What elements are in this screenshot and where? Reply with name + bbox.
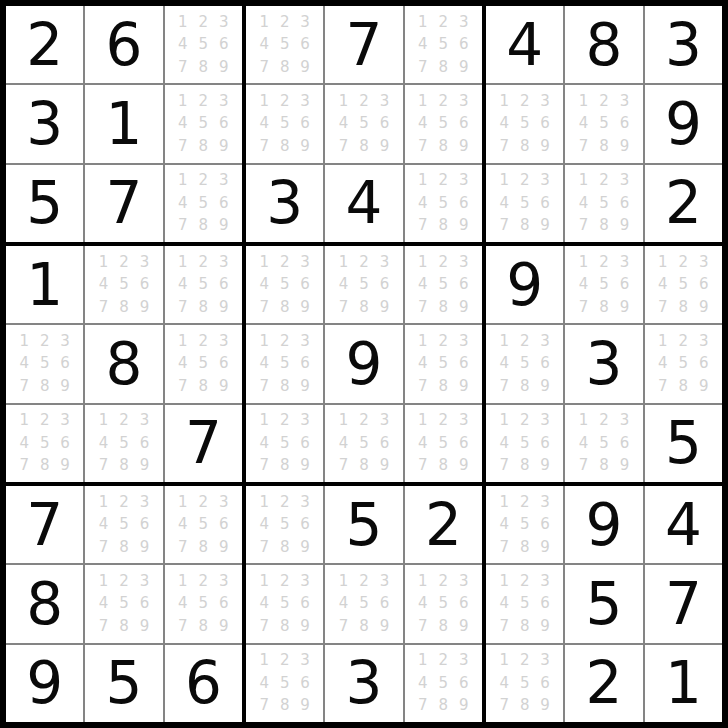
pencil-mark-7: 7: [494, 536, 514, 558]
pencil-mark-2: 2: [34, 330, 54, 352]
cell-r6c4[interactable]: 123456789: [246, 405, 323, 482]
pencil-mark-4: 4: [573, 432, 593, 454]
pencil-mark-3: 3: [454, 650, 474, 672]
pencil-mark-8: 8: [274, 455, 294, 477]
cell-r2c8[interactable]: 123456789: [565, 85, 642, 162]
pencil-mark-8: 8: [193, 296, 213, 318]
pencil-mark-6: 6: [214, 33, 234, 55]
pencil-mark-6: 6: [614, 192, 634, 214]
pencil-marks: 123456789: [6, 405, 83, 482]
pencil-mark-8: 8: [594, 296, 614, 318]
pencil-mark-3: 3: [214, 570, 234, 592]
given-digit: 7: [185, 414, 222, 472]
pencil-mark-7: 7: [413, 296, 433, 318]
pencil-mark-4: 4: [573, 273, 593, 295]
cell-r7c2[interactable]: 123456789: [85, 486, 162, 563]
pencil-mark-8: 8: [274, 296, 294, 318]
pencil-mark-7: 7: [173, 296, 193, 318]
pencil-mark-8: 8: [354, 615, 374, 637]
pencil-mark-2: 2: [514, 330, 534, 352]
pencil-mark-4: 4: [494, 593, 514, 615]
pencil-mark-8: 8: [594, 215, 614, 237]
cell-r9c4[interactable]: 123456789: [246, 645, 323, 722]
pencil-mark-9: 9: [214, 215, 234, 237]
pencil-mark-4: 4: [413, 192, 433, 214]
cell-r8c4[interactable]: 123456789: [246, 565, 323, 642]
pencil-mark-1: 1: [173, 330, 193, 352]
cell-r5c2[interactable]: 8: [85, 325, 162, 402]
pencil-mark-3: 3: [134, 251, 154, 273]
pencil-marks: 123456789: [246, 85, 323, 162]
cell-r8c7[interactable]: 123456789: [486, 565, 563, 642]
cell-r4c7[interactable]: 9: [486, 246, 563, 323]
cell-r4c2[interactable]: 123456789: [85, 246, 162, 323]
pencil-mark-5: 5: [514, 593, 534, 615]
pencil-mark-9: 9: [55, 375, 75, 397]
pencil-mark-9: 9: [535, 536, 555, 558]
given-digit: 9: [665, 95, 702, 153]
pencil-mark-4: 4: [494, 432, 514, 454]
cell-r8c5[interactable]: 123456789: [325, 565, 402, 642]
cell-r6c3[interactable]: 7: [165, 405, 242, 482]
pencil-mark-5: 5: [514, 672, 534, 694]
cell-r3c1[interactable]: 5: [6, 165, 83, 242]
pencil-mark-8: 8: [193, 56, 213, 78]
given-digit: 4: [506, 16, 543, 74]
pencil-mark-5: 5: [193, 513, 213, 535]
pencil-mark-7: 7: [573, 296, 593, 318]
cell-r9c2[interactable]: 5: [85, 645, 162, 722]
pencil-mark-9: 9: [454, 455, 474, 477]
cell-r2c7[interactable]: 123456789: [486, 85, 563, 162]
cell-r4c3[interactable]: 123456789: [165, 246, 242, 323]
pencil-mark-9: 9: [55, 455, 75, 477]
pencil-mark-5: 5: [274, 432, 294, 454]
pencil-marks: 123456789: [85, 405, 162, 482]
cell-r4c4[interactable]: 123456789: [246, 246, 323, 323]
pencil-marks: 123456789: [85, 565, 162, 642]
pencil-mark-1: 1: [494, 330, 514, 352]
pencil-mark-2: 2: [274, 410, 294, 432]
pencil-mark-3: 3: [614, 90, 634, 112]
pencil-mark-2: 2: [514, 491, 534, 513]
pencil-mark-8: 8: [433, 455, 453, 477]
pencil-mark-5: 5: [354, 113, 374, 135]
cell-r4c9[interactable]: 123456789: [645, 246, 722, 323]
cell-r2c1[interactable]: 3: [6, 85, 83, 162]
cell-r7c3[interactable]: 123456789: [165, 486, 242, 563]
pencil-mark-6: 6: [694, 353, 714, 375]
pencil-marks: 123456789: [405, 565, 482, 642]
cell-r7c4[interactable]: 123456789: [246, 486, 323, 563]
given-digit: 9: [506, 256, 543, 314]
cell-r7c8[interactable]: 9: [565, 486, 642, 563]
cell-r3c2[interactable]: 7: [85, 165, 162, 242]
given-digit: 7: [106, 174, 143, 232]
pencil-mark-8: 8: [433, 695, 453, 717]
pencil-mark-9: 9: [214, 536, 234, 558]
pencil-mark-9: 9: [295, 296, 315, 318]
pencil-mark-4: 4: [494, 353, 514, 375]
pencil-mark-6: 6: [535, 192, 555, 214]
pencil-mark-3: 3: [374, 251, 394, 273]
pencil-mark-6: 6: [295, 33, 315, 55]
cell-r1c8[interactable]: 8: [565, 6, 642, 83]
pencil-mark-1: 1: [573, 170, 593, 192]
cell-r1c3[interactable]: 123456789: [165, 6, 242, 83]
cell-r7c5[interactable]: 5: [325, 486, 402, 563]
pencil-marks: 123456789: [85, 246, 162, 323]
pencil-mark-5: 5: [433, 113, 453, 135]
given-digit: 8: [106, 335, 143, 393]
cell-r6c2[interactable]: 123456789: [85, 405, 162, 482]
pencil-mark-1: 1: [494, 570, 514, 592]
pencil-mark-8: 8: [433, 296, 453, 318]
given-digit: 5: [586, 575, 623, 633]
pencil-mark-3: 3: [214, 170, 234, 192]
pencil-mark-7: 7: [333, 296, 353, 318]
pencil-mark-1: 1: [653, 330, 673, 352]
pencil-mark-4: 4: [413, 353, 433, 375]
cell-r4c5[interactable]: 123456789: [325, 246, 402, 323]
pencil-mark-6: 6: [214, 593, 234, 615]
pencil-mark-4: 4: [93, 432, 113, 454]
pencil-mark-9: 9: [295, 695, 315, 717]
pencil-mark-6: 6: [535, 353, 555, 375]
pencil-mark-1: 1: [413, 170, 433, 192]
pencil-mark-5: 5: [433, 672, 453, 694]
pencil-mark-6: 6: [214, 113, 234, 135]
pencil-mark-3: 3: [374, 410, 394, 432]
pencil-mark-6: 6: [535, 593, 555, 615]
cell-r1c2[interactable]: 6: [85, 6, 162, 83]
cell-r6c5[interactable]: 123456789: [325, 405, 402, 482]
pencil-mark-3: 3: [454, 90, 474, 112]
cell-r3c9[interactable]: 2: [645, 165, 722, 242]
cell-r5c1[interactable]: 123456789: [6, 325, 83, 402]
cell-r6c9[interactable]: 5: [645, 405, 722, 482]
given-digit: 2: [425, 496, 462, 554]
pencil-marks: 123456789: [85, 486, 162, 563]
pencil-mark-3: 3: [535, 330, 555, 352]
pencil-mark-2: 2: [514, 410, 534, 432]
cell-r9c9[interactable]: 1: [645, 645, 722, 722]
pencil-mark-4: 4: [173, 273, 193, 295]
pencil-mark-9: 9: [535, 455, 555, 477]
cell-r8c2[interactable]: 123456789: [85, 565, 162, 642]
pencil-mark-9: 9: [694, 375, 714, 397]
pencil-mark-6: 6: [214, 513, 234, 535]
pencil-mark-2: 2: [594, 90, 614, 112]
pencil-mark-3: 3: [694, 330, 714, 352]
pencil-marks: 123456789: [325, 565, 402, 642]
pencil-marks: 123456789: [486, 486, 563, 563]
pencil-mark-3: 3: [454, 11, 474, 33]
pencil-mark-9: 9: [374, 455, 394, 477]
given-digit: 2: [586, 654, 623, 712]
pencil-mark-5: 5: [193, 593, 213, 615]
pencil-mark-9: 9: [535, 375, 555, 397]
given-digit: 7: [346, 16, 383, 74]
cell-r8c6[interactable]: 123456789: [405, 565, 482, 642]
cell-r8c1[interactable]: 8: [6, 565, 83, 642]
cell-r5c7[interactable]: 123456789: [486, 325, 563, 402]
sudoku-board: 2612345678931123456789571234567891234567…: [0, 0, 728, 728]
pencil-mark-1: 1: [413, 650, 433, 672]
cell-r4c6[interactable]: 123456789: [405, 246, 482, 323]
pencil-mark-5: 5: [114, 513, 134, 535]
pencil-mark-9: 9: [374, 296, 394, 318]
pencil-marks: 123456789: [486, 405, 563, 482]
pencil-mark-6: 6: [295, 353, 315, 375]
pencil-marks: 123456789: [405, 325, 482, 402]
cell-r8c9[interactable]: 7: [645, 565, 722, 642]
pencil-mark-4: 4: [494, 672, 514, 694]
pencil-mark-1: 1: [573, 251, 593, 273]
pencil-mark-5: 5: [433, 192, 453, 214]
pencil-marks: 123456789: [486, 565, 563, 642]
pencil-marks: 123456789: [165, 486, 242, 563]
pencil-mark-3: 3: [454, 570, 474, 592]
cell-r6c7[interactable]: 123456789: [486, 405, 563, 482]
pencil-mark-2: 2: [514, 90, 534, 112]
cell-r5c5[interactable]: 9: [325, 325, 402, 402]
cell-r3c4[interactable]: 3: [246, 165, 323, 242]
pencil-marks: 123456789: [246, 246, 323, 323]
cell-r9c5[interactable]: 3: [325, 645, 402, 722]
pencil-mark-3: 3: [295, 11, 315, 33]
cell-r8c3[interactable]: 123456789: [165, 565, 242, 642]
cell-r6c8[interactable]: 123456789: [565, 405, 642, 482]
pencil-marks: 123456789: [486, 645, 563, 722]
pencil-mark-7: 7: [333, 135, 353, 157]
pencil-mark-2: 2: [274, 650, 294, 672]
pencil-mark-5: 5: [193, 353, 213, 375]
pencil-mark-7: 7: [254, 615, 274, 637]
cell-r9c3[interactable]: 6: [165, 645, 242, 722]
pencil-mark-2: 2: [433, 170, 453, 192]
pencil-mark-9: 9: [374, 615, 394, 637]
pencil-mark-5: 5: [594, 432, 614, 454]
cell-r5c8[interactable]: 3: [565, 325, 642, 402]
pencil-mark-4: 4: [653, 353, 673, 375]
pencil-mark-8: 8: [193, 135, 213, 157]
pencil-mark-2: 2: [433, 650, 453, 672]
cell-r2c5[interactable]: 123456789: [325, 85, 402, 162]
pencil-mark-4: 4: [333, 273, 353, 295]
pencil-mark-5: 5: [193, 113, 213, 135]
cell-r3c7[interactable]: 123456789: [486, 165, 563, 242]
cell-r1c1[interactable]: 2: [6, 6, 83, 83]
pencil-mark-2: 2: [433, 330, 453, 352]
pencil-mark-8: 8: [274, 56, 294, 78]
cell-r1c6[interactable]: 123456789: [405, 6, 482, 83]
pencil-mark-2: 2: [594, 410, 614, 432]
cell-r2c9[interactable]: 9: [645, 85, 722, 162]
pencil-mark-4: 4: [333, 593, 353, 615]
pencil-mark-1: 1: [254, 11, 274, 33]
cell-r9c8[interactable]: 2: [565, 645, 642, 722]
pencil-mark-8: 8: [114, 455, 134, 477]
cell-r6c6[interactable]: 123456789: [405, 405, 482, 482]
pencil-mark-1: 1: [333, 251, 353, 273]
pencil-mark-6: 6: [214, 273, 234, 295]
cell-r2c4[interactable]: 123456789: [246, 85, 323, 162]
pencil-mark-5: 5: [114, 593, 134, 615]
cell-r3c6[interactable]: 123456789: [405, 165, 482, 242]
pencil-mark-5: 5: [433, 353, 453, 375]
cell-r7c9[interactable]: 4: [645, 486, 722, 563]
given-digit: 5: [346, 496, 383, 554]
pencil-mark-2: 2: [673, 330, 693, 352]
cell-r4c1[interactable]: 1: [6, 246, 83, 323]
pencil-mark-5: 5: [354, 273, 374, 295]
pencil-mark-8: 8: [433, 56, 453, 78]
pencil-mark-6: 6: [374, 113, 394, 135]
pencil-mark-8: 8: [193, 615, 213, 637]
cell-r2c3[interactable]: 123456789: [165, 85, 242, 162]
pencil-mark-8: 8: [34, 455, 54, 477]
pencil-mark-7: 7: [333, 615, 353, 637]
pencil-mark-7: 7: [413, 695, 433, 717]
pencil-mark-8: 8: [354, 296, 374, 318]
pencil-mark-8: 8: [433, 615, 453, 637]
given-digit: 6: [185, 654, 222, 712]
cell-r4c8[interactable]: 123456789: [565, 246, 642, 323]
cell-r6c1[interactable]: 123456789: [6, 405, 83, 482]
pencil-mark-1: 1: [413, 251, 433, 273]
pencil-marks: 123456789: [246, 565, 323, 642]
pencil-mark-2: 2: [274, 330, 294, 352]
cell-r8c8[interactable]: 5: [565, 565, 642, 642]
cell-r7c1[interactable]: 7: [6, 486, 83, 563]
pencil-mark-8: 8: [274, 615, 294, 637]
pencil-mark-7: 7: [254, 536, 274, 558]
pencil-mark-4: 4: [494, 513, 514, 535]
pencil-mark-9: 9: [454, 615, 474, 637]
pencil-mark-8: 8: [114, 615, 134, 637]
pencil-marks: 123456789: [165, 165, 242, 242]
cell-r5c4[interactable]: 123456789: [246, 325, 323, 402]
pencil-marks: 123456789: [565, 246, 642, 323]
pencil-mark-9: 9: [535, 695, 555, 717]
given-digit: 5: [665, 414, 702, 472]
pencil-mark-3: 3: [614, 251, 634, 273]
pencil-marks: 123456789: [325, 85, 402, 162]
pencil-mark-5: 5: [114, 273, 134, 295]
pencil-mark-6: 6: [535, 113, 555, 135]
cell-r5c9[interactable]: 123456789: [645, 325, 722, 402]
pencil-mark-8: 8: [193, 536, 213, 558]
pencil-mark-7: 7: [93, 455, 113, 477]
pencil-marks: 123456789: [246, 486, 323, 563]
pencil-mark-6: 6: [535, 672, 555, 694]
cell-r9c6[interactable]: 123456789: [405, 645, 482, 722]
pencil-mark-1: 1: [254, 330, 274, 352]
cell-r3c8[interactable]: 123456789: [565, 165, 642, 242]
pencil-mark-3: 3: [214, 330, 234, 352]
cell-r3c5[interactable]: 4: [325, 165, 402, 242]
pencil-marks: 123456789: [645, 246, 722, 323]
cell-r5c6[interactable]: 123456789: [405, 325, 482, 402]
given-digit: 3: [586, 335, 623, 393]
pencil-mark-2: 2: [514, 570, 534, 592]
cell-r9c1[interactable]: 9: [6, 645, 83, 722]
cell-r7c6[interactable]: 2: [405, 486, 482, 563]
pencil-mark-7: 7: [494, 135, 514, 157]
pencil-marks: 123456789: [645, 325, 722, 402]
cell-r1c5[interactable]: 7: [325, 6, 402, 83]
pencil-marks: 123456789: [325, 246, 402, 323]
box-1-1: 261234567893112345678957123456789: [6, 6, 242, 242]
pencil-mark-7: 7: [413, 375, 433, 397]
cell-r2c2[interactable]: 1: [85, 85, 162, 162]
pencil-mark-9: 9: [295, 375, 315, 397]
pencil-mark-4: 4: [254, 672, 274, 694]
given-digit: 3: [266, 174, 303, 232]
pencil-mark-9: 9: [134, 536, 154, 558]
pencil-mark-6: 6: [535, 432, 555, 454]
pencil-mark-1: 1: [413, 570, 433, 592]
pencil-mark-4: 4: [254, 513, 274, 535]
cell-r2c6[interactable]: 123456789: [405, 85, 482, 162]
pencil-mark-3: 3: [295, 570, 315, 592]
pencil-mark-7: 7: [14, 455, 34, 477]
cell-r1c9[interactable]: 3: [645, 6, 722, 83]
box-2-3: 9123456789123456789123456789312345678912…: [486, 246, 722, 482]
pencil-mark-4: 4: [254, 273, 274, 295]
pencil-mark-4: 4: [254, 113, 274, 135]
pencil-mark-6: 6: [454, 33, 474, 55]
pencil-marks: 123456789: [246, 405, 323, 482]
given-digit: 2: [26, 16, 63, 74]
cell-r7c7[interactable]: 123456789: [486, 486, 563, 563]
pencil-mark-3: 3: [614, 170, 634, 192]
pencil-mark-3: 3: [535, 570, 555, 592]
cell-r5c3[interactable]: 123456789: [165, 325, 242, 402]
pencil-mark-6: 6: [134, 273, 154, 295]
pencil-marks: 123456789: [405, 405, 482, 482]
pencil-mark-9: 9: [295, 536, 315, 558]
pencil-mark-6: 6: [454, 353, 474, 375]
pencil-mark-8: 8: [594, 135, 614, 157]
pencil-mark-3: 3: [535, 410, 555, 432]
pencil-mark-7: 7: [494, 455, 514, 477]
pencil-mark-3: 3: [295, 251, 315, 273]
pencil-mark-2: 2: [433, 251, 453, 273]
pencil-mark-4: 4: [333, 432, 353, 454]
pencil-mark-9: 9: [214, 296, 234, 318]
pencil-mark-4: 4: [653, 273, 673, 295]
pencil-mark-5: 5: [193, 33, 213, 55]
cell-r1c4[interactable]: 123456789: [246, 6, 323, 83]
cell-r9c7[interactable]: 123456789: [486, 645, 563, 722]
pencil-mark-3: 3: [134, 410, 154, 432]
pencil-marks: 123456789: [165, 246, 242, 323]
pencil-mark-8: 8: [673, 296, 693, 318]
pencil-marks: 123456789: [405, 6, 482, 83]
pencil-mark-7: 7: [173, 375, 193, 397]
pencil-mark-5: 5: [34, 353, 54, 375]
pencil-mark-1: 1: [173, 90, 193, 112]
cell-r1c7[interactable]: 4: [486, 6, 563, 83]
pencil-mark-8: 8: [514, 615, 534, 637]
pencil-mark-1: 1: [413, 410, 433, 432]
cell-r3c3[interactable]: 123456789: [165, 165, 242, 242]
pencil-mark-9: 9: [295, 135, 315, 157]
pencil-mark-2: 2: [274, 11, 294, 33]
pencil-mark-1: 1: [254, 570, 274, 592]
